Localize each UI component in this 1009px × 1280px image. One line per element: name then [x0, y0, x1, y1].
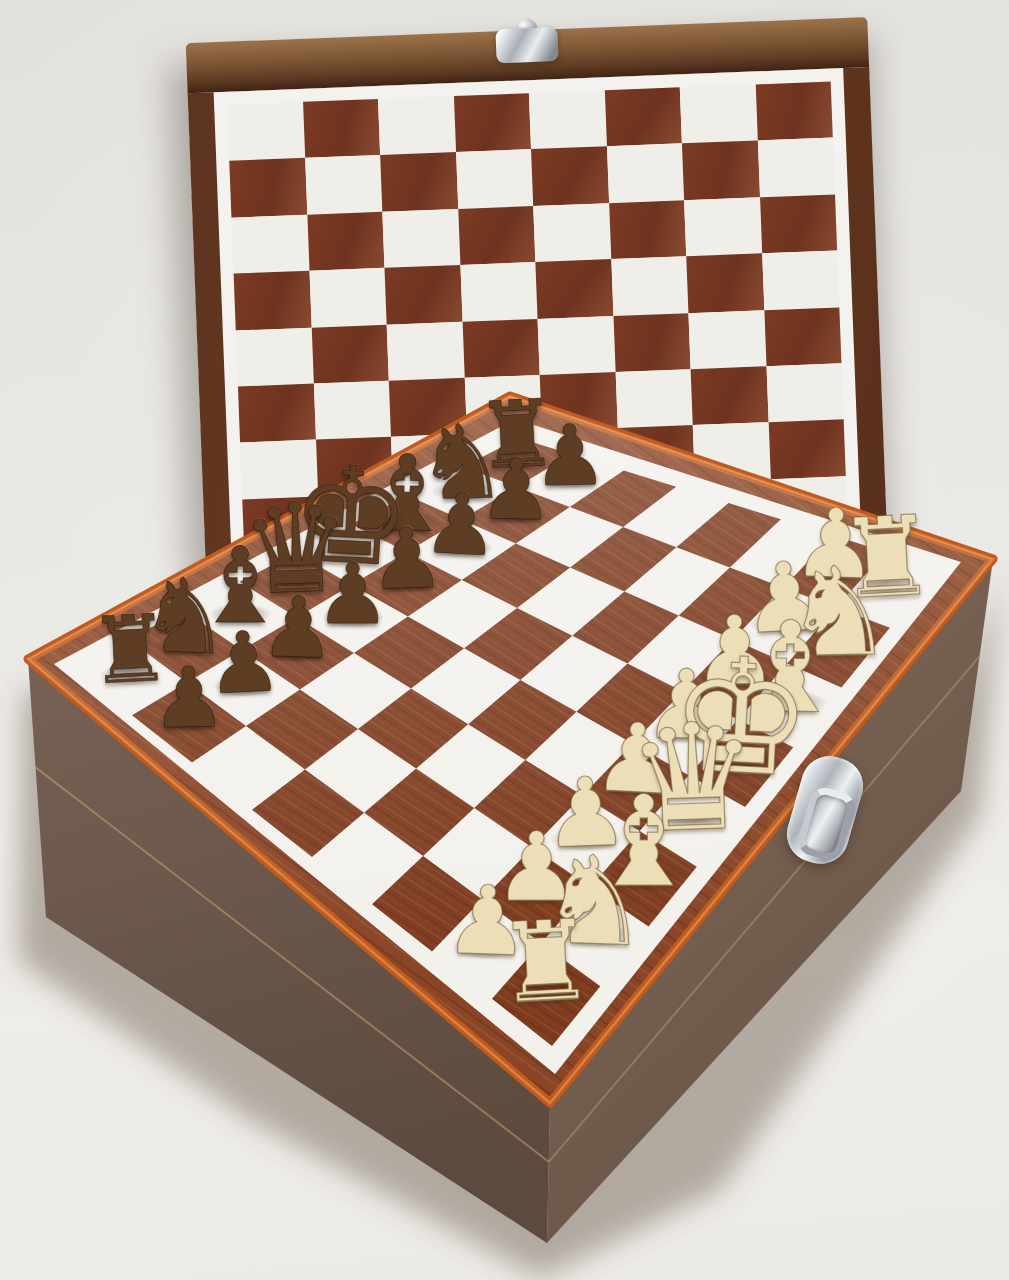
- pieces-layer: ♜♞♝♛♚♝♞♜♟♟♟♟♟♟♟♟♟♟♟♟♟♟♟♟♜♞♝♛♚♝♞♜: [0, 0, 1009, 1280]
- piece-black-pawn-a7[interactable]: ♟: [151, 656, 228, 741]
- piece-white-rook-a1[interactable]: ♜: [494, 905, 598, 1020]
- photo-stage: ♜♞♝♛♚♝♞♜♟♟♟♟♟♟♟♟♟♟♟♟♟♟♟♟♜♞♝♛♚♝♞♜: [0, 0, 1009, 1280]
